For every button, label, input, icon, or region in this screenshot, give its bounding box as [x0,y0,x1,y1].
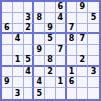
cell-r3c5[interactable]: 9 [45,24,56,35]
cell-r6c5[interactable]: 8 [45,56,56,67]
cell-r1c4[interactable] [34,2,45,13]
cell-r6c4[interactable] [34,56,45,67]
cell-r7c2[interactable] [13,67,24,78]
cell-r5c3[interactable] [24,45,35,56]
cell-r8c6[interactable]: 1 [56,77,67,88]
cell-r3c7[interactable]: 7 [67,24,78,35]
cell-r7c7[interactable]: 1 [67,67,78,78]
cell-r2c4[interactable]: 8 [34,13,45,24]
cell-r2c8[interactable] [77,13,88,24]
cell-r8c3[interactable] [24,77,35,88]
cell-r6c3[interactable]: 5 [24,56,35,67]
cell-r4c1[interactable] [2,34,13,45]
cell-r1c3[interactable] [24,2,35,13]
cell-r9c7[interactable] [67,88,78,99]
cell-r9c5[interactable] [45,88,56,99]
cell-r2c5[interactable] [45,13,56,24]
cell-r9c2[interactable]: 3 [13,88,24,99]
cell-r7c3[interactable]: 4 [24,67,35,78]
cell-r1c1[interactable] [2,2,13,13]
cell-r3c8[interactable] [77,24,88,35]
sudoku-board: 693845629745879715824213941635 [0,0,101,101]
cell-r5c9[interactable] [88,45,99,56]
cell-r7c6[interactable] [56,67,67,78]
cell-r8c1[interactable]: 9 [2,77,13,88]
cell-r1c9[interactable] [88,2,99,13]
cell-r9c9[interactable] [88,88,99,99]
cell-r4c9[interactable] [88,34,99,45]
cell-r3c9[interactable] [88,24,99,35]
cell-r4c5[interactable]: 5 [45,34,56,45]
cell-r8c8[interactable] [77,77,88,88]
cell-r2c7[interactable] [67,13,78,24]
cell-r2c1[interactable] [2,13,13,24]
cell-r6c8[interactable]: 2 [77,56,88,67]
cell-r5c8[interactable] [77,45,88,56]
cell-r8c2[interactable] [13,77,24,88]
cell-r7c1[interactable] [2,67,13,78]
cell-r1c6[interactable]: 6 [56,2,67,13]
cell-r4c3[interactable] [24,34,35,45]
cell-r4c4[interactable] [34,34,45,45]
cell-r1c8[interactable]: 9 [77,2,88,13]
cell-r1c5[interactable] [45,2,56,13]
cell-r8c9[interactable] [88,77,99,88]
cell-r2c9[interactable]: 5 [88,13,99,24]
cell-r5c4[interactable]: 9 [34,45,45,56]
cell-r6c2[interactable]: 1 [13,56,24,67]
cell-r5c5[interactable] [45,45,56,56]
cell-r1c2[interactable] [13,2,24,13]
cell-r9c1[interactable] [2,88,13,99]
cell-r2c2[interactable] [13,13,24,24]
cell-r4c2[interactable]: 4 [13,34,24,45]
cell-r4c8[interactable]: 7 [77,34,88,45]
cell-r7c9[interactable]: 3 [88,67,99,78]
cell-r9c6[interactable] [56,88,67,99]
cell-r4c7[interactable]: 8 [67,34,78,45]
cell-r3c6[interactable] [56,24,67,35]
cell-r6c6[interactable] [56,56,67,67]
cell-r2c6[interactable]: 4 [56,13,67,24]
cell-r6c7[interactable] [67,56,78,67]
cell-r5c6[interactable]: 7 [56,45,67,56]
cell-r5c2[interactable] [13,45,24,56]
cell-r6c9[interactable] [88,56,99,67]
cell-r7c5[interactable]: 2 [45,67,56,78]
cell-r9c8[interactable] [77,88,88,99]
cell-r8c4[interactable]: 4 [34,77,45,88]
cell-r9c4[interactable]: 5 [34,88,45,99]
cell-r7c4[interactable] [34,67,45,78]
cell-r6c1[interactable] [2,56,13,67]
cell-r3c4[interactable] [34,24,45,35]
cell-r2c3[interactable]: 3 [24,13,35,24]
cell-r4c6[interactable] [56,34,67,45]
cell-r3c1[interactable]: 6 [2,24,13,35]
cell-r1c7[interactable] [67,2,78,13]
cell-r9c3[interactable] [24,88,35,99]
cell-r7c8[interactable] [77,67,88,78]
cell-r5c7[interactable] [67,45,78,56]
cell-r8c7[interactable]: 6 [67,77,78,88]
cell-r5c1[interactable] [2,45,13,56]
cell-r3c3[interactable]: 2 [24,24,35,35]
cell-r3c2[interactable] [13,24,24,35]
cell-r8c5[interactable] [45,77,56,88]
